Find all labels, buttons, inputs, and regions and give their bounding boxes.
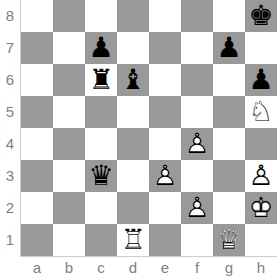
- piece-black-pawn[interactable]: ♟: [85, 32, 117, 64]
- file-labels: abcdefgh: [21, 257, 277, 280]
- piece-black-pawn[interactable]: ♟: [213, 32, 245, 64]
- square-b4[interactable]: [53, 128, 85, 160]
- piece-black-king[interactable]: ♚: [245, 0, 277, 32]
- square-e5[interactable]: [149, 96, 181, 128]
- piece-white-rook[interactable]: ♜♖: [117, 224, 149, 256]
- square-a6[interactable]: [21, 64, 53, 96]
- file-label-d: d: [117, 257, 149, 280]
- square-b3[interactable]: [53, 160, 85, 192]
- piece-white-king[interactable]: ♚♔: [245, 192, 277, 224]
- square-g2[interactable]: [213, 192, 245, 224]
- square-h7[interactable]: [245, 32, 277, 64]
- square-g7[interactable]: ♟: [213, 32, 245, 64]
- square-c2[interactable]: [85, 192, 117, 224]
- piece-glyph: ♙: [181, 128, 213, 160]
- file-label-c: c: [85, 257, 117, 280]
- square-d5[interactable]: [117, 96, 149, 128]
- square-h5[interactable]: ♞♘: [245, 96, 277, 128]
- square-a7[interactable]: [21, 32, 53, 64]
- square-e6[interactable]: [149, 64, 181, 96]
- square-g3[interactable]: [213, 160, 245, 192]
- square-d7[interactable]: [117, 32, 149, 64]
- file-label-a: a: [21, 257, 53, 280]
- board-column: ♚♟♟♜♝♟♞♘♟♙♛♟♙♟♙♟♙♚♔♜♖♛♕ abcdefgh: [20, 0, 277, 280]
- square-g6[interactable]: [213, 64, 245, 96]
- rank-label-5: 5: [0, 96, 20, 128]
- piece-white-knight[interactable]: ♞♘: [245, 96, 277, 128]
- square-f2[interactable]: ♟♙: [181, 192, 213, 224]
- rank-label-2: 2: [0, 192, 20, 224]
- piece-glyph: ♕: [213, 224, 245, 256]
- square-e2[interactable]: [149, 192, 181, 224]
- piece-glyph: ♖: [117, 224, 149, 256]
- square-c5[interactable]: [85, 96, 117, 128]
- rank-label-8: 8: [0, 0, 20, 32]
- square-b5[interactable]: [53, 96, 85, 128]
- file-label-g: g: [213, 257, 245, 280]
- square-d6[interactable]: ♝: [117, 64, 149, 96]
- square-f5[interactable]: [181, 96, 213, 128]
- square-g8[interactable]: [213, 0, 245, 32]
- piece-glyph: ♙: [245, 160, 277, 192]
- file-label-f: f: [181, 257, 213, 280]
- rank-label-1: 1: [0, 224, 20, 256]
- piece-glyph: ♜: [85, 64, 117, 96]
- file-label-b: b: [53, 257, 85, 280]
- square-e7[interactable]: [149, 32, 181, 64]
- piece-glyph: ♟: [213, 32, 245, 64]
- square-f6[interactable]: [181, 64, 213, 96]
- piece-black-pawn[interactable]: ♟: [245, 64, 277, 96]
- square-e8[interactable]: [149, 0, 181, 32]
- square-f7[interactable]: [181, 32, 213, 64]
- square-h3[interactable]: ♟♙: [245, 160, 277, 192]
- square-c1[interactable]: [85, 224, 117, 256]
- square-a3[interactable]: [21, 160, 53, 192]
- square-c4[interactable]: [85, 128, 117, 160]
- piece-glyph: ♟: [85, 32, 117, 64]
- square-f4[interactable]: ♟♙: [181, 128, 213, 160]
- square-e3[interactable]: ♟♙: [149, 160, 181, 192]
- square-a8[interactable]: [21, 0, 53, 32]
- piece-black-bishop[interactable]: ♝: [117, 64, 149, 96]
- file-label-e: e: [149, 257, 181, 280]
- rank-label-6: 6: [0, 64, 20, 96]
- square-b2[interactable]: [53, 192, 85, 224]
- square-f8[interactable]: [181, 0, 213, 32]
- rank-label-7: 7: [0, 32, 20, 64]
- square-b8[interactable]: [53, 0, 85, 32]
- rank-labels: 87654321: [0, 0, 20, 280]
- chess-diagram: 87654321 ♚♟♟♜♝♟♞♘♟♙♛♟♙♟♙♟♙♚♔♜♖♛♕ abcdefg…: [0, 0, 280, 280]
- piece-glyph: ♟: [245, 64, 277, 96]
- square-d3[interactable]: [117, 160, 149, 192]
- square-e4[interactable]: [149, 128, 181, 160]
- piece-glyph: ♛: [85, 160, 117, 192]
- square-h4[interactable]: [245, 128, 277, 160]
- board: ♚♟♟♜♝♟♞♘♟♙♛♟♙♟♙♟♙♚♔♜♖♛♕: [20, 0, 277, 257]
- square-a4[interactable]: [21, 128, 53, 160]
- square-d8[interactable]: [117, 0, 149, 32]
- square-g5[interactable]: [213, 96, 245, 128]
- piece-white-pawn[interactable]: ♟♙: [181, 192, 213, 224]
- file-label-h: h: [245, 257, 277, 280]
- square-h8[interactable]: ♚: [245, 0, 277, 32]
- piece-glyph: ♚: [245, 0, 277, 32]
- square-d4[interactable]: [117, 128, 149, 160]
- square-d1[interactable]: ♜♖: [117, 224, 149, 256]
- square-b6[interactable]: [53, 64, 85, 96]
- rank-label-4: 4: [0, 128, 20, 160]
- square-g4[interactable]: [213, 128, 245, 160]
- square-b7[interactable]: [53, 32, 85, 64]
- piece-white-pawn[interactable]: ♟♙: [181, 128, 213, 160]
- square-f3[interactable]: [181, 160, 213, 192]
- piece-white-queen[interactable]: ♛♕: [213, 224, 245, 256]
- rank-label-3: 3: [0, 160, 20, 192]
- piece-black-rook[interactable]: ♜: [85, 64, 117, 96]
- square-f1[interactable]: [181, 224, 213, 256]
- piece-glyph: ♙: [149, 160, 181, 192]
- square-a5[interactable]: [21, 96, 53, 128]
- square-c6[interactable]: ♜: [85, 64, 117, 96]
- piece-white-pawn[interactable]: ♟♙: [149, 160, 181, 192]
- square-a1[interactable]: [21, 224, 53, 256]
- square-h1[interactable]: [245, 224, 277, 256]
- piece-glyph: ♔: [245, 192, 277, 224]
- square-d2[interactable]: [117, 192, 149, 224]
- square-h6[interactable]: ♟: [245, 64, 277, 96]
- square-h2[interactable]: ♚♔: [245, 192, 277, 224]
- piece-glyph: ♘: [245, 96, 277, 128]
- square-c8[interactable]: [85, 0, 117, 32]
- square-e1[interactable]: [149, 224, 181, 256]
- square-c3[interactable]: ♛: [85, 160, 117, 192]
- square-a2[interactable]: [21, 192, 53, 224]
- square-b1[interactable]: [53, 224, 85, 256]
- piece-glyph: ♝: [117, 64, 149, 96]
- square-g1[interactable]: ♛♕: [213, 224, 245, 256]
- piece-white-pawn[interactable]: ♟♙: [245, 160, 277, 192]
- square-c7[interactable]: ♟: [85, 32, 117, 64]
- piece-black-queen[interactable]: ♛: [85, 160, 117, 192]
- piece-glyph: ♙: [181, 192, 213, 224]
